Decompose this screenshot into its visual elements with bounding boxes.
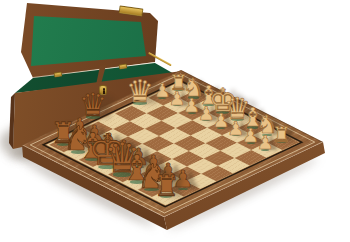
keyhole-escutcheon: [99, 85, 107, 95]
chess-set-product-photo: ♜♞♝♛♚♝♞♜♟♟♟♟♟♟♟♟♟♟♟♟♟♟♟♟♜♞♝♛♚♝♞♜♛♛: [0, 0, 350, 242]
